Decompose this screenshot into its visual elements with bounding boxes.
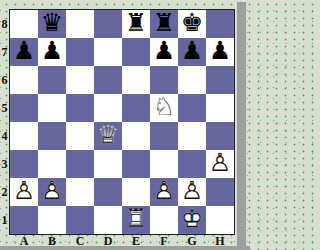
square-b7[interactable]: ♟ [38,38,66,66]
square-f6[interactable] [150,66,178,94]
square-g5[interactable] [178,94,206,122]
black-pawn-piece[interactable]: ♟ [150,38,178,66]
white-pawn-piece[interactable]: ♟♙ [150,178,178,206]
square-d4[interactable]: ♛♕ [94,122,122,150]
square-g6[interactable] [178,66,206,94]
file-label-f: F [150,235,178,247]
rank-label-8: 8 [0,10,9,38]
square-f3[interactable] [150,150,178,178]
square-b4[interactable] [38,122,66,150]
square-a2[interactable]: ♟♙ [10,178,38,206]
white-pawn-piece[interactable]: ♟♙ [206,150,234,178]
board-frame-shadow-right [237,2,246,247]
square-c1[interactable] [66,206,94,234]
square-h6[interactable] [206,66,234,94]
square-b5[interactable] [38,94,66,122]
square-a1[interactable] [10,206,38,234]
black-king-piece[interactable]: ♚ [178,10,206,38]
square-e8[interactable]: ♜ [122,10,150,38]
square-c8[interactable] [66,10,94,38]
file-label-d: D [94,235,122,247]
square-d8[interactable] [94,10,122,38]
square-e5[interactable] [122,94,150,122]
white-pawn-piece[interactable]: ♟♙ [38,178,66,206]
square-f1[interactable] [150,206,178,234]
square-b3[interactable] [38,150,66,178]
square-h3[interactable]: ♟♙ [206,150,234,178]
black-rook-piece[interactable]: ♜ [122,10,150,38]
file-label-b: B [38,235,66,247]
file-label-a: A [10,235,38,247]
square-d7[interactable] [94,38,122,66]
square-h5[interactable] [206,94,234,122]
square-d5[interactable] [94,94,122,122]
square-h8[interactable] [206,10,234,38]
square-a7[interactable]: ♟ [10,38,38,66]
square-h7[interactable]: ♟ [206,38,234,66]
white-knight-piece[interactable]: ♞♘ [150,94,178,122]
rank-label-1: 1 [0,206,9,234]
black-pawn-piece[interactable]: ♟ [10,38,38,66]
square-d6[interactable] [94,66,122,94]
square-b1[interactable] [38,206,66,234]
square-g2[interactable]: ♟♙ [178,178,206,206]
square-g8[interactable]: ♚ [178,10,206,38]
rank-label-6: 6 [0,66,9,94]
file-label-e: E [122,235,150,247]
square-a6[interactable] [10,66,38,94]
square-d3[interactable] [94,150,122,178]
square-d2[interactable] [94,178,122,206]
square-d1[interactable] [94,206,122,234]
black-queen-piece[interactable]: ♛ [38,10,66,38]
square-f5[interactable]: ♞♘ [150,94,178,122]
square-g1[interactable]: ♚♔ [178,206,206,234]
square-a8[interactable] [10,10,38,38]
square-e1[interactable]: ♜♖ [122,206,150,234]
white-pawn-piece[interactable]: ♟♙ [10,178,38,206]
rank-label-5: 5 [0,94,9,122]
square-a3[interactable] [10,150,38,178]
square-c5[interactable] [66,94,94,122]
rank-labels: 87654321 [0,10,9,234]
square-a4[interactable] [10,122,38,150]
square-f2[interactable]: ♟♙ [150,178,178,206]
white-queen-piece[interactable]: ♛♕ [94,122,122,150]
black-pawn-piece[interactable]: ♟ [38,38,66,66]
square-c2[interactable] [66,178,94,206]
white-king-piece[interactable]: ♚♔ [178,206,206,234]
file-labels: ABCDEFGH [10,235,234,247]
square-b6[interactable] [38,66,66,94]
black-pawn-piece[interactable]: ♟ [178,38,206,66]
square-c4[interactable] [66,122,94,150]
rank-label-4: 4 [0,122,9,150]
square-g3[interactable] [178,150,206,178]
square-f7[interactable]: ♟ [150,38,178,66]
white-pawn-piece[interactable]: ♟♙ [178,178,206,206]
square-f8[interactable]: ♜ [150,10,178,38]
file-label-h: H [206,235,234,247]
square-a5[interactable] [10,94,38,122]
file-label-g: G [178,235,206,247]
square-c3[interactable] [66,150,94,178]
square-c6[interactable] [66,66,94,94]
square-g7[interactable]: ♟ [178,38,206,66]
black-rook-piece[interactable]: ♜ [150,10,178,38]
square-h1[interactable] [206,206,234,234]
file-label-c: C [66,235,94,247]
rank-label-3: 3 [0,150,9,178]
square-e6[interactable] [122,66,150,94]
square-c7[interactable] [66,38,94,66]
white-rook-piece[interactable]: ♜♖ [122,206,150,234]
black-pawn-piece[interactable]: ♟ [206,38,234,66]
square-f4[interactable] [150,122,178,150]
board[interactable]: ♛♜♜♚♟♟♟♟♟♞♘♛♕♟♙♟♙♟♙♟♙♟♙♜♖♚♔ [9,9,235,235]
square-g4[interactable] [178,122,206,150]
square-b8[interactable]: ♛ [38,10,66,38]
square-h4[interactable] [206,122,234,150]
square-e7[interactable] [122,38,150,66]
square-e2[interactable] [122,178,150,206]
rank-label-7: 7 [0,38,9,66]
square-b2[interactable]: ♟♙ [38,178,66,206]
square-e4[interactable] [122,122,150,150]
square-e3[interactable] [122,150,150,178]
rank-label-2: 2 [0,178,9,206]
square-h2[interactable] [206,178,234,206]
